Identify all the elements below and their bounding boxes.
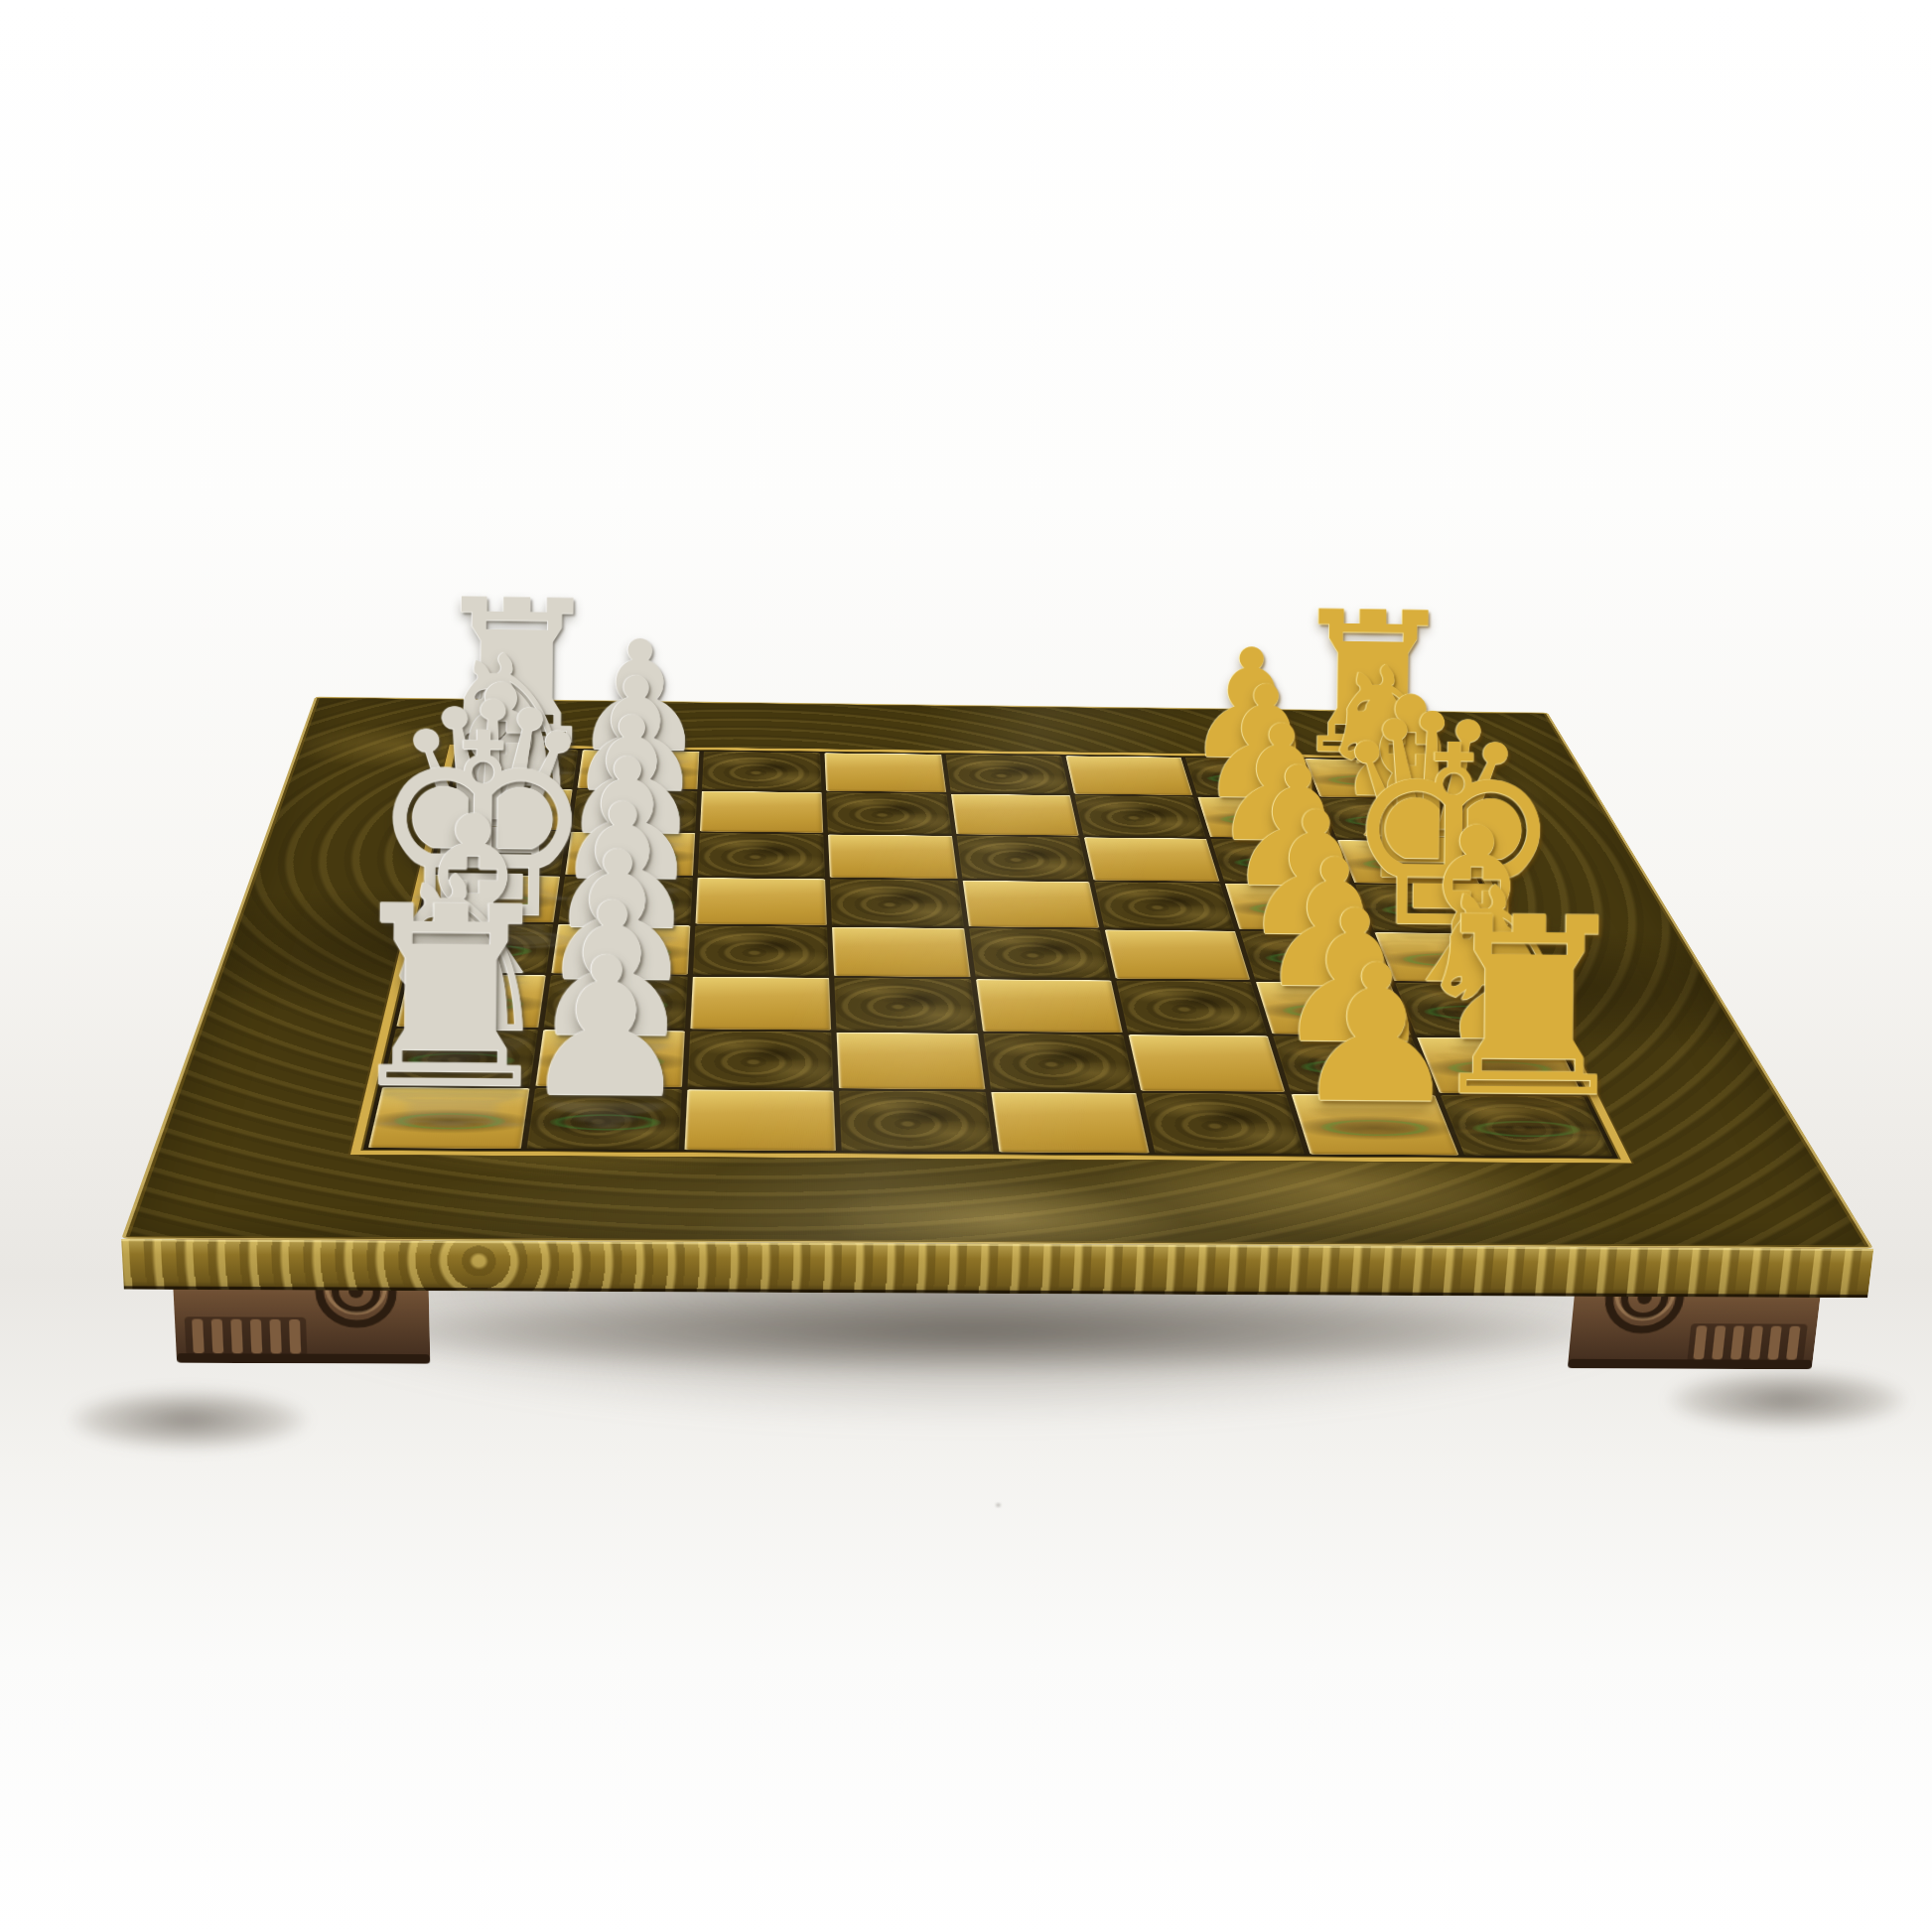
scene-perspective: ♜♟♟♜♞♟♟♞♝♟♟♝♛♟♟♛♚♟♟♚♝♟♟♝♞♟♟♞♜♟♟♜ ♜♟♟♜♞♟♟…: [0, 0, 1932, 1932]
chessboard: ♜♟♟♜♞♟♟♞♝♟♟♝♛♟♟♛♚♟♟♚♝♟♟♝♞♟♟♞♜♟♟♜ ♜♟♟♜♞♟♟…: [121, 697, 1873, 1249]
rook-glyph: ♜: [1419, 884, 1639, 1131]
rook-glyph: ♜: [337, 873, 564, 1124]
piece-layer: ♜♟♟♜♞♟♟♞♝♟♟♝♛♟♟♛♚♟♟♚♝♟♟♝♞♟♟♞♜♟♟♜: [121, 697, 1873, 1249]
board-side-front: [121, 1239, 1873, 1298]
